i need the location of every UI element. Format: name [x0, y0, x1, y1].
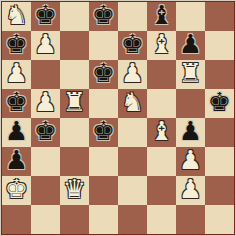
- piece-black-king[interactable]: ♚: [5, 31, 28, 59]
- board-frame: ♞♚♚♝♚♟♚♝♟♟♚♟♜♚♟♜♞♚♟♚♚♝♟♟♟♚♛♟: [0, 0, 236, 236]
- piece-white-queen[interactable]: ♛: [63, 176, 86, 204]
- square-f5[interactable]: [147, 89, 176, 118]
- square-a6[interactable]: ♟: [2, 60, 31, 89]
- square-f3[interactable]: [147, 147, 176, 176]
- piece-white-pawn[interactable]: ♟: [5, 60, 28, 88]
- square-c2[interactable]: ♛: [60, 176, 89, 205]
- square-e2[interactable]: [118, 176, 147, 205]
- square-g4[interactable]: ♟: [176, 118, 205, 147]
- piece-white-knight[interactable]: ♞: [121, 89, 144, 117]
- square-d2[interactable]: [89, 176, 118, 205]
- square-f7[interactable]: ♝: [147, 31, 176, 60]
- square-d5[interactable]: [89, 89, 118, 118]
- square-d6[interactable]: ♚: [89, 60, 118, 89]
- square-a1[interactable]: [2, 205, 31, 234]
- square-f6[interactable]: [147, 60, 176, 89]
- square-c6[interactable]: [60, 60, 89, 89]
- square-g8[interactable]: [176, 2, 205, 31]
- square-a3[interactable]: ♟: [2, 147, 31, 176]
- square-b6[interactable]: [31, 60, 60, 89]
- square-f2[interactable]: [147, 176, 176, 205]
- square-f8[interactable]: ♝: [147, 2, 176, 31]
- square-c3[interactable]: [60, 147, 89, 176]
- piece-white-pawn[interactable]: ♟: [121, 60, 144, 88]
- piece-black-king[interactable]: ♚: [34, 2, 57, 30]
- piece-white-pawn[interactable]: ♟: [34, 31, 57, 59]
- square-h3[interactable]: [205, 147, 234, 176]
- square-h6[interactable]: [205, 60, 234, 89]
- square-h8[interactable]: [205, 2, 234, 31]
- square-a2[interactable]: ♚: [2, 176, 31, 205]
- piece-black-king[interactable]: ♚: [92, 2, 115, 30]
- piece-white-pawn[interactable]: ♟: [179, 147, 202, 175]
- square-a5[interactable]: ♚: [2, 89, 31, 118]
- square-g7[interactable]: ♟: [176, 31, 205, 60]
- piece-black-king[interactable]: ♚: [92, 118, 115, 146]
- square-h4[interactable]: [205, 118, 234, 147]
- piece-white-knight[interactable]: ♞: [5, 2, 28, 30]
- piece-white-rook[interactable]: ♜: [179, 60, 202, 88]
- square-e7[interactable]: ♚: [118, 31, 147, 60]
- piece-black-king[interactable]: ♚: [208, 89, 231, 117]
- square-e6[interactable]: ♟: [118, 60, 147, 89]
- square-b8[interactable]: ♚: [31, 2, 60, 31]
- piece-black-king[interactable]: ♚: [34, 118, 57, 146]
- square-f4[interactable]: ♝: [147, 118, 176, 147]
- square-e1[interactable]: [118, 205, 147, 234]
- square-d3[interactable]: [89, 147, 118, 176]
- piece-white-king[interactable]: ♚: [5, 176, 28, 204]
- square-f1[interactable]: [147, 205, 176, 234]
- piece-black-pawn[interactable]: ♟: [179, 118, 202, 146]
- square-g6[interactable]: ♜: [176, 60, 205, 89]
- square-c1[interactable]: [60, 205, 89, 234]
- square-g2[interactable]: ♟: [176, 176, 205, 205]
- square-c7[interactable]: [60, 31, 89, 60]
- square-e8[interactable]: [118, 2, 147, 31]
- piece-white-bishop[interactable]: ♝: [150, 118, 173, 146]
- piece-black-pawn[interactable]: ♟: [5, 147, 28, 175]
- square-d4[interactable]: ♚: [89, 118, 118, 147]
- piece-black-king[interactable]: ♚: [5, 89, 28, 117]
- square-a4[interactable]: ♟: [2, 118, 31, 147]
- square-d7[interactable]: [89, 31, 118, 60]
- piece-white-bishop[interactable]: ♝: [150, 31, 173, 59]
- square-b3[interactable]: [31, 147, 60, 176]
- square-b4[interactable]: ♚: [31, 118, 60, 147]
- square-h1[interactable]: [205, 205, 234, 234]
- square-d8[interactable]: ♚: [89, 2, 118, 31]
- square-h2[interactable]: [205, 176, 234, 205]
- piece-black-king[interactable]: ♚: [92, 60, 115, 88]
- piece-black-king[interactable]: ♚: [121, 31, 144, 59]
- square-d1[interactable]: [89, 205, 118, 234]
- square-g3[interactable]: ♟: [176, 147, 205, 176]
- square-h5[interactable]: ♚: [205, 89, 234, 118]
- square-b1[interactable]: [31, 205, 60, 234]
- square-b7[interactable]: ♟: [31, 31, 60, 60]
- piece-black-pawn[interactable]: ♟: [179, 31, 202, 59]
- square-c5[interactable]: ♜: [60, 89, 89, 118]
- square-e4[interactable]: [118, 118, 147, 147]
- square-h7[interactable]: [205, 31, 234, 60]
- piece-white-pawn[interactable]: ♟: [179, 176, 202, 204]
- piece-black-bishop[interactable]: ♝: [150, 2, 173, 30]
- square-b5[interactable]: ♟: [31, 89, 60, 118]
- square-g1[interactable]: [176, 205, 205, 234]
- square-g5[interactable]: [176, 89, 205, 118]
- square-a8[interactable]: ♞: [2, 2, 31, 31]
- square-b2[interactable]: [31, 176, 60, 205]
- square-e5[interactable]: ♞: [118, 89, 147, 118]
- square-c4[interactable]: [60, 118, 89, 147]
- square-a7[interactable]: ♚: [2, 31, 31, 60]
- piece-white-pawn[interactable]: ♟: [34, 89, 57, 117]
- piece-white-rook[interactable]: ♜: [63, 89, 86, 117]
- square-c8[interactable]: [60, 2, 89, 31]
- piece-black-pawn[interactable]: ♟: [5, 118, 28, 146]
- square-e3[interactable]: [118, 147, 147, 176]
- chess-board: ♞♚♚♝♚♟♚♝♟♟♚♟♜♚♟♜♞♚♟♚♚♝♟♟♟♚♛♟: [2, 2, 234, 234]
